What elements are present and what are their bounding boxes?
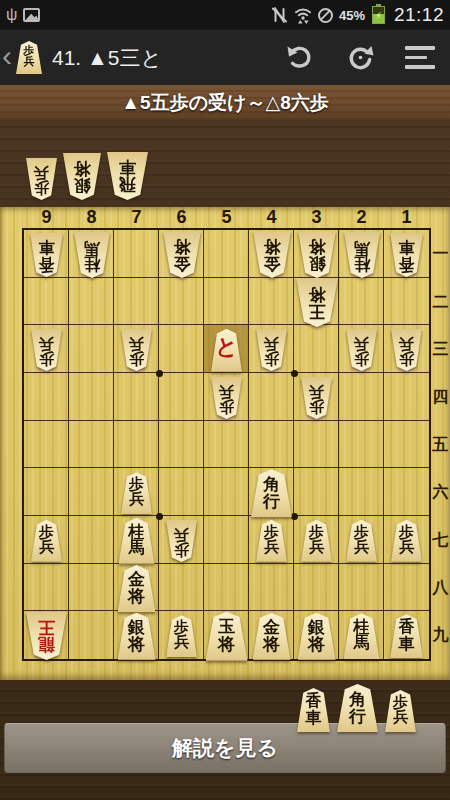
- square-1-4: [384, 373, 429, 421]
- square-7-9: [114, 611, 159, 659]
- wifi-icon: [294, 6, 312, 24]
- square-9-3: [24, 325, 69, 373]
- square-6-4: [159, 373, 204, 421]
- square-3-4: [294, 373, 339, 421]
- gote-hand-tray: 歩兵銀将飛車: [26, 148, 148, 200]
- app-piece-icon: 歩兵: [14, 39, 44, 77]
- square-8-2: [69, 278, 114, 326]
- square-3-1: [294, 230, 339, 278]
- file-label-5: 5: [204, 208, 249, 227]
- square-9-2: [24, 278, 69, 326]
- menu-button[interactable]: [390, 30, 450, 85]
- square-4-7: [249, 516, 294, 564]
- square-4-5: [249, 421, 294, 469]
- rank-label-7: 七: [431, 516, 450, 564]
- square-3-9: [294, 611, 339, 659]
- piece-gote-銀将: 銀将: [63, 153, 101, 200]
- square-2-3: [339, 325, 384, 373]
- battery-charging-icon: ⚡: [372, 6, 385, 24]
- square-8-1: [69, 230, 114, 278]
- square-3-7: [294, 516, 339, 564]
- back-button[interactable]: ‹: [2, 41, 12, 71]
- file-label-1: 1: [384, 208, 429, 227]
- square-8-3: [69, 325, 114, 373]
- square-8-4: [69, 373, 114, 421]
- square-6-7: [159, 516, 204, 564]
- file-label-9: 9: [24, 208, 69, 227]
- file-label-3: 3: [294, 208, 339, 227]
- piece-sente-角行: 角行: [337, 684, 378, 732]
- square-4-1: [249, 230, 294, 278]
- piece-sente-歩兵: 歩兵: [385, 690, 416, 732]
- square-7-6: [114, 468, 159, 516]
- interruptions-off-icon: [318, 8, 333, 23]
- rank-label-5: 五: [431, 421, 450, 469]
- toolbar: ‹ 歩兵 41. ▲5三と: [0, 30, 450, 85]
- rank-label-4: 四: [431, 373, 450, 421]
- square-5-7: [204, 516, 249, 564]
- file-label-8: 8: [69, 208, 114, 227]
- square-5-3: [204, 325, 249, 373]
- rank-label-8: 八: [431, 564, 450, 612]
- square-7-7: [114, 516, 159, 564]
- square-7-2: [114, 278, 159, 326]
- square-5-2: [204, 278, 249, 326]
- square-1-9: [384, 611, 429, 659]
- square-4-9: [249, 611, 294, 659]
- square-5-6: [204, 468, 249, 516]
- square-6-6: [159, 468, 204, 516]
- rank-label-9: 九: [431, 611, 450, 659]
- file-label-2: 2: [339, 208, 384, 227]
- square-2-6: [339, 468, 384, 516]
- screen: ψ 45% ⚡ 21:12 ‹ 歩兵 41. ▲5三と: [0, 0, 450, 800]
- screenshot-icon: [23, 8, 40, 22]
- menu-icon: [405, 46, 435, 69]
- square-3-2: [294, 278, 339, 326]
- rank-label-6: 六: [431, 468, 450, 516]
- rank-label-3: 三: [431, 325, 450, 373]
- square-6-5: [159, 421, 204, 469]
- square-4-2: [249, 278, 294, 326]
- square-6-9: [159, 611, 204, 659]
- clock: 21:12: [394, 4, 444, 26]
- square-4-6: [249, 468, 294, 516]
- rank-label-2: 二: [431, 278, 450, 326]
- sente-hand-tray: 香車角行歩兵: [297, 682, 416, 732]
- square-6-3: [159, 325, 204, 373]
- square-2-8: [339, 564, 384, 612]
- square-8-5: [69, 421, 114, 469]
- square-8-7: [69, 516, 114, 564]
- square-2-2: [339, 278, 384, 326]
- square-4-3: [249, 325, 294, 373]
- square-3-8: [294, 564, 339, 612]
- redo-button[interactable]: [330, 30, 390, 85]
- battery-percent: 45%: [339, 8, 365, 23]
- board-grid: [22, 228, 431, 661]
- square-9-9: [24, 611, 69, 659]
- square-2-5: [339, 421, 384, 469]
- square-8-8: [69, 564, 114, 612]
- square-9-5: [24, 421, 69, 469]
- square-5-8: [204, 564, 249, 612]
- piece-gote-飛車: 飛車: [107, 152, 148, 200]
- square-7-3: [114, 325, 159, 373]
- piece-gote-歩兵: 歩兵: [26, 158, 57, 200]
- square-7-5: [114, 421, 159, 469]
- nfc-off-icon: [271, 7, 288, 23]
- square-4-8: [249, 564, 294, 612]
- square-9-4: [24, 373, 69, 421]
- square-1-7: [384, 516, 429, 564]
- square-4-4: [249, 373, 294, 421]
- square-5-5: [204, 421, 249, 469]
- square-1-6: [384, 468, 429, 516]
- file-label-7: 7: [114, 208, 159, 227]
- square-5-4: [204, 373, 249, 421]
- square-1-2: [384, 278, 429, 326]
- square-6-2: [159, 278, 204, 326]
- piece-sente-歩兵: 歩兵: [16, 41, 42, 74]
- square-7-4: [114, 373, 159, 421]
- status-bar: ψ 45% ⚡ 21:12: [0, 0, 450, 30]
- square-5-1: [204, 230, 249, 278]
- square-1-8: [384, 564, 429, 612]
- file-label-4: 4: [249, 208, 294, 227]
- square-8-9: [69, 611, 114, 659]
- square-7-1: [114, 230, 159, 278]
- square-9-8: [24, 564, 69, 612]
- square-5-9: [204, 611, 249, 659]
- square-6-8: [159, 564, 204, 612]
- square-2-1: [339, 230, 384, 278]
- file-label-6: 6: [159, 208, 204, 227]
- move-title: 41. ▲5三と: [52, 44, 162, 72]
- square-8-6: [69, 468, 114, 516]
- square-1-3: [384, 325, 429, 373]
- square-3-5: [294, 421, 339, 469]
- shogi-board: 987654321 一二三四五六七八九 香車桂馬金将金将銀将桂馬香車王将歩兵歩兵…: [0, 207, 450, 680]
- undo-icon: [285, 44, 315, 71]
- square-3-3: [294, 325, 339, 373]
- square-1-1: [384, 230, 429, 278]
- status-left: ψ: [6, 7, 40, 23]
- piece-sente-香車: 香車: [297, 688, 330, 732]
- square-2-4: [339, 373, 384, 421]
- square-1-5: [384, 421, 429, 469]
- rank-label-1: 一: [431, 230, 450, 278]
- square-9-1: [24, 230, 69, 278]
- square-6-1: [159, 230, 204, 278]
- kifu-title: ▲5五歩の受け～△8六歩: [0, 85, 450, 120]
- redo-icon: [347, 44, 374, 71]
- square-7-8: [114, 564, 159, 612]
- usb-icon: ψ: [6, 7, 17, 23]
- square-9-7: [24, 516, 69, 564]
- square-2-7: [339, 516, 384, 564]
- square-3-6: [294, 468, 339, 516]
- square-2-9: [339, 611, 384, 659]
- undo-button[interactable]: [270, 30, 330, 85]
- square-9-6: [24, 468, 69, 516]
- status-right: 45% ⚡ 21:12: [271, 4, 444, 26]
